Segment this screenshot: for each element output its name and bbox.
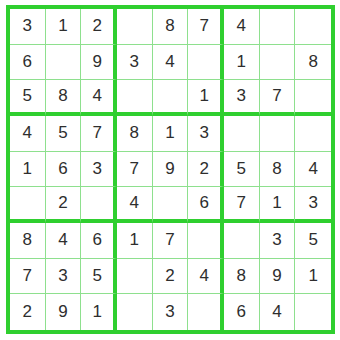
cell-r2c1[interactable]: 6 xyxy=(10,45,46,81)
cell-r4c4[interactable]: 8 xyxy=(117,116,153,152)
cell-r2c3[interactable]: 9 xyxy=(81,45,117,81)
cell-r5c4[interactable]: 7 xyxy=(117,152,153,188)
cell-r4c3[interactable]: 7 xyxy=(81,116,117,152)
cell-r9c7[interactable]: 6 xyxy=(224,294,260,330)
cell-r5c8[interactable]: 8 xyxy=(260,152,296,188)
cell-r1c9[interactable] xyxy=(295,9,331,45)
cell-r4c9[interactable] xyxy=(295,116,331,152)
cell-r9c4[interactable] xyxy=(117,294,153,330)
cell-r6c6[interactable]: 6 xyxy=(188,187,224,223)
cell-r2c2[interactable] xyxy=(46,45,82,81)
cell-r8c4[interactable] xyxy=(117,259,153,295)
cell-r8c7[interactable]: 8 xyxy=(224,259,260,295)
cell-r7c9[interactable]: 5 xyxy=(295,223,331,259)
cell-r1c8[interactable] xyxy=(260,9,296,45)
cell-r5c6[interactable]: 2 xyxy=(188,152,224,188)
cell-r3c5[interactable] xyxy=(153,80,189,116)
cell-r4c7[interactable] xyxy=(224,116,260,152)
cell-r2c7[interactable]: 1 xyxy=(224,45,260,81)
cell-r5c3[interactable]: 3 xyxy=(81,152,117,188)
cell-r5c2[interactable]: 6 xyxy=(46,152,82,188)
cell-r6c8[interactable]: 1 xyxy=(260,187,296,223)
cell-r8c1[interactable]: 7 xyxy=(10,259,46,295)
cell-r8c9[interactable]: 1 xyxy=(295,259,331,295)
cell-r9c6[interactable] xyxy=(188,294,224,330)
cell-r6c2[interactable]: 2 xyxy=(46,187,82,223)
cell-r7c4[interactable]: 1 xyxy=(117,223,153,259)
cell-r5c9[interactable]: 4 xyxy=(295,152,331,188)
cell-r9c2[interactable]: 9 xyxy=(46,294,82,330)
cell-r4c1[interactable]: 4 xyxy=(10,116,46,152)
cell-r7c5[interactable]: 7 xyxy=(153,223,189,259)
cell-r2c9[interactable]: 8 xyxy=(295,45,331,81)
cell-r9c1[interactable]: 2 xyxy=(10,294,46,330)
cell-r5c7[interactable]: 5 xyxy=(224,152,260,188)
cell-r7c1[interactable]: 8 xyxy=(10,223,46,259)
cell-r1c4[interactable] xyxy=(117,9,153,45)
cell-r8c3[interactable]: 5 xyxy=(81,259,117,295)
cell-r6c3[interactable] xyxy=(81,187,117,223)
cell-r6c4[interactable]: 4 xyxy=(117,187,153,223)
cell-r6c9[interactable]: 3 xyxy=(295,187,331,223)
cell-r1c5[interactable]: 8 xyxy=(153,9,189,45)
sudoku-board: 3128746934185841374578131637925842467138… xyxy=(6,5,335,334)
cell-r6c5[interactable] xyxy=(153,187,189,223)
cell-r8c2[interactable]: 3 xyxy=(46,259,82,295)
cell-r8c8[interactable]: 9 xyxy=(260,259,296,295)
cell-r1c7[interactable]: 4 xyxy=(224,9,260,45)
cell-r7c2[interactable]: 4 xyxy=(46,223,82,259)
cell-r5c5[interactable]: 9 xyxy=(153,152,189,188)
cell-r4c6[interactable]: 3 xyxy=(188,116,224,152)
cell-r3c4[interactable] xyxy=(117,80,153,116)
cell-r2c6[interactable] xyxy=(188,45,224,81)
cell-r6c1[interactable] xyxy=(10,187,46,223)
cell-r2c4[interactable]: 3 xyxy=(117,45,153,81)
cell-r9c8[interactable]: 4 xyxy=(260,294,296,330)
cell-r3c8[interactable]: 7 xyxy=(260,80,296,116)
cell-r2c8[interactable] xyxy=(260,45,296,81)
cell-r3c7[interactable]: 3 xyxy=(224,80,260,116)
cell-r5c1[interactable]: 1 xyxy=(10,152,46,188)
cell-r2c5[interactable]: 4 xyxy=(153,45,189,81)
sudoku-page: 3128746934185841374578131637925842467138… xyxy=(0,0,340,340)
cell-r9c9[interactable] xyxy=(295,294,331,330)
cell-r1c2[interactable]: 1 xyxy=(46,9,82,45)
cell-r7c3[interactable]: 6 xyxy=(81,223,117,259)
cell-r1c1[interactable]: 3 xyxy=(10,9,46,45)
cell-r6c7[interactable]: 7 xyxy=(224,187,260,223)
cell-r7c8[interactable]: 3 xyxy=(260,223,296,259)
cell-r4c2[interactable]: 5 xyxy=(46,116,82,152)
cell-r3c9[interactable] xyxy=(295,80,331,116)
cell-r9c3[interactable]: 1 xyxy=(81,294,117,330)
cell-r1c6[interactable]: 7 xyxy=(188,9,224,45)
cell-r4c8[interactable] xyxy=(260,116,296,152)
cell-r7c7[interactable] xyxy=(224,223,260,259)
cell-r8c6[interactable]: 4 xyxy=(188,259,224,295)
cell-r3c6[interactable]: 1 xyxy=(188,80,224,116)
cell-r1c3[interactable]: 2 xyxy=(81,9,117,45)
cell-r3c1[interactable]: 5 xyxy=(10,80,46,116)
cell-r3c2[interactable]: 8 xyxy=(46,80,82,116)
cell-r9c5[interactable]: 3 xyxy=(153,294,189,330)
cell-r4c5[interactable]: 1 xyxy=(153,116,189,152)
cell-r3c3[interactable]: 4 xyxy=(81,80,117,116)
cell-r8c5[interactable]: 2 xyxy=(153,259,189,295)
cell-r7c6[interactable] xyxy=(188,223,224,259)
